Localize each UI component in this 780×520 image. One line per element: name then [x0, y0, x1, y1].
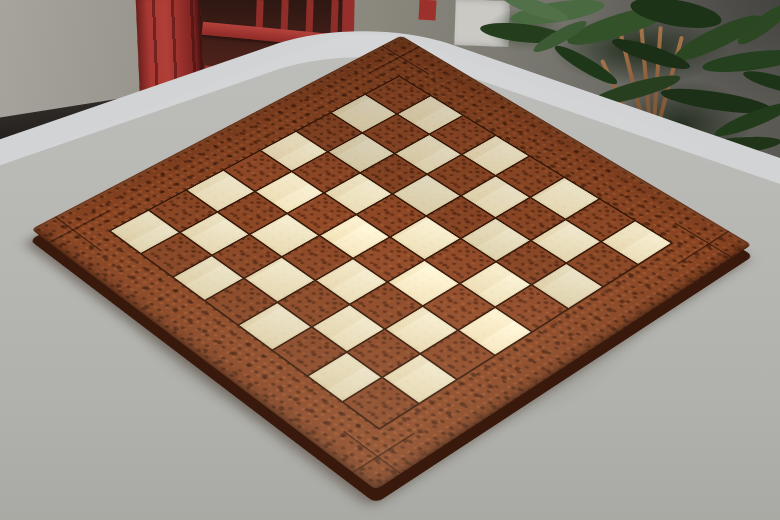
square-g3[interactable] — [386, 307, 457, 353]
square-h7[interactable] — [568, 242, 637, 285]
square-f2[interactable] — [313, 305, 384, 351]
square-g6[interactable] — [497, 241, 565, 284]
square-e4[interactable] — [355, 238, 423, 281]
square-d1[interactable] — [206, 279, 276, 324]
square-f1[interactable] — [274, 328, 345, 375]
square-e3[interactable] — [317, 259, 386, 303]
square-g2[interactable] — [348, 330, 419, 377]
square-h4[interactable] — [460, 308, 531, 354]
square-g4[interactable] — [424, 284, 494, 329]
square-h6[interactable] — [533, 264, 602, 308]
square-f4[interactable] — [389, 261, 458, 305]
square-c1[interactable] — [174, 256, 243, 300]
scene-photo — [0, 0, 780, 520]
square-g5[interactable] — [461, 262, 530, 306]
square-f3[interactable] — [351, 283, 421, 328]
square-c2[interactable] — [213, 235, 281, 278]
square-d3[interactable] — [284, 236, 352, 279]
cabinet-fragment — [418, 0, 436, 20]
square-g1[interactable] — [308, 353, 380, 401]
square-e2[interactable] — [279, 281, 349, 326]
square-b1[interactable] — [142, 233, 210, 276]
square-h1[interactable] — [344, 379, 417, 428]
square-h2[interactable] — [384, 355, 456, 403]
square-f5[interactable] — [426, 239, 494, 282]
square-e1[interactable] — [239, 303, 309, 349]
square-d2[interactable] — [245, 258, 314, 302]
square-h5[interactable] — [497, 286, 567, 331]
square-h3[interactable] — [422, 331, 494, 378]
